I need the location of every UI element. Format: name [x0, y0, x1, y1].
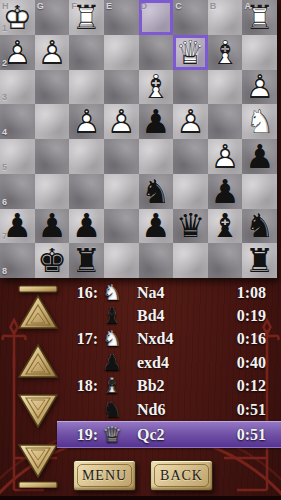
square-h8[interactable]: 8 — [0, 243, 35, 278]
square-e4[interactable]: ♟♙ — [104, 104, 139, 139]
white-b-move-icon: ♝♗ — [98, 375, 126, 397]
black-bishop-piece: ♝♗ — [208, 209, 243, 244]
square-g6[interactable] — [35, 174, 70, 209]
move-time: 1:08 — [237, 284, 281, 302]
white-bishop-piece: ♝♗ — [98, 375, 126, 397]
square-c7[interactable]: ♛♕ — [173, 209, 208, 244]
square-f6[interactable] — [69, 174, 104, 209]
square-c8[interactable] — [173, 243, 208, 278]
black-pawn-piece: ♟♙ — [139, 104, 174, 139]
square-b4[interactable] — [208, 104, 243, 139]
square-h4[interactable]: 4 — [0, 104, 35, 139]
square-b1[interactable]: B — [208, 0, 243, 35]
black-pawn-piece: ♟♙ — [242, 139, 277, 174]
white-bishop-piece: ♝♗ — [139, 70, 174, 105]
square-d8[interactable] — [139, 243, 174, 278]
black-n-move-icon: ♞♘ — [98, 399, 126, 421]
white-n-move-icon: ♞♘ — [98, 282, 126, 304]
square-f5[interactable] — [69, 139, 104, 174]
file-label-b: B — [210, 2, 217, 11]
rank-label-5: 5 — [2, 163, 7, 172]
white-knight-piece: ♞♘ — [98, 282, 126, 304]
white-pawn-piece: ♟♙ — [208, 139, 243, 174]
move-navigation — [15, 285, 61, 500]
white-knight-piece: ♞♘ — [242, 104, 277, 139]
menu-button[interactable]: MENU — [73, 460, 136, 491]
black-b-move-icon: ♝♗ — [98, 305, 126, 327]
white-queen-piece: ♛♕ — [98, 424, 126, 446]
square-h1[interactable]: H1♚♔ — [0, 0, 35, 35]
square-b2[interactable]: ♝♗ — [208, 35, 243, 70]
white-rook-piece: ♜♖ — [242, 0, 277, 35]
square-b5[interactable]: ♟♙ — [208, 139, 243, 174]
move-row-exd4[interactable]: ♟♙exd40:40 — [57, 351, 281, 374]
square-g1[interactable]: G — [35, 0, 70, 35]
black-queen-piece: ♛♕ — [173, 209, 208, 244]
bottom-edge — [0, 496, 281, 500]
black-pawn-piece: ♟♙ — [35, 209, 70, 244]
white-queen-piece: ♛♕ — [173, 35, 208, 70]
chess-app-screen: H1♚♔GF♜♖EDCBA♜♖2♟♙♟♙♛♕♝♗3♝♗♟♙4♟♙♟♙♟♙♟♙♞♘… — [0, 0, 281, 500]
square-b8[interactable] — [208, 243, 243, 278]
square-b6[interactable]: ♟♙ — [208, 174, 243, 209]
square-g4[interactable] — [35, 104, 70, 139]
black-rook-piece: ♜♖ — [242, 243, 277, 278]
square-f3[interactable] — [69, 70, 104, 105]
move-number: 17: — [57, 330, 98, 348]
square-c1[interactable]: C — [173, 0, 208, 35]
move-row-nd6[interactable]: ♞♘Nd60:51 — [57, 398, 281, 421]
square-g7[interactable]: ♟♙ — [35, 209, 70, 244]
move-san: Bb2 — [126, 377, 237, 395]
file-label-g: G — [37, 2, 44, 11]
rank-label-3: 3 — [2, 93, 7, 102]
move-row-nxd4[interactable]: 17:♞♘Nxd40:16 — [57, 328, 281, 351]
rank-label-8: 8 — [2, 267, 7, 276]
move-san: Na4 — [126, 284, 237, 302]
square-d2[interactable] — [139, 35, 174, 70]
move-san: Bd4 — [126, 307, 237, 325]
white-n-move-icon: ♞♘ — [98, 328, 126, 350]
square-a1[interactable]: A♜♖ — [242, 0, 277, 35]
square-h6[interactable]: 6 — [0, 174, 35, 209]
white-bishop-piece: ♝♗ — [208, 35, 243, 70]
move-san: Nd6 — [126, 401, 237, 419]
square-f1[interactable]: F♜♖ — [69, 0, 104, 35]
square-c3[interactable] — [173, 70, 208, 105]
square-c6[interactable] — [173, 174, 208, 209]
black-knight-piece: ♞♘ — [98, 399, 126, 421]
square-h3[interactable]: 3 — [0, 70, 35, 105]
white-rook-piece: ♜♖ — [69, 0, 104, 35]
move-time: 0:40 — [237, 354, 281, 372]
move-san: Nxd4 — [126, 330, 237, 348]
black-pawn-piece: ♟♙ — [139, 209, 174, 244]
move-time: 0:19 — [237, 307, 281, 325]
square-h7[interactable]: 7♟♙ — [0, 209, 35, 244]
black-pawn-piece: ♟♙ — [69, 209, 104, 244]
move-row-bd4[interactable]: ♝♗Bd40:19 — [57, 304, 281, 327]
square-g5[interactable] — [35, 139, 70, 174]
white-king-piece: ♚♔ — [0, 0, 35, 35]
square-e3[interactable] — [104, 70, 139, 105]
square-g2[interactable]: ♟♙ — [35, 35, 70, 70]
square-d7[interactable]: ♟♙ — [139, 209, 174, 244]
white-pawn-piece: ♟♙ — [35, 35, 70, 70]
black-pawn-piece: ♟♙ — [98, 352, 126, 374]
square-f7[interactable]: ♟♙ — [69, 209, 104, 244]
file-label-e: E — [106, 2, 112, 11]
square-a5[interactable]: ♟♙ — [242, 139, 277, 174]
move-number: 16: — [57, 284, 98, 302]
move-row-bb2[interactable]: 18:♝♗Bb20:12 — [57, 375, 281, 398]
move-list: 16:♞♘Na41:08♝♗Bd40:1917:♞♘Nxd40:16♟♙exd4… — [57, 281, 281, 448]
step-forward-button[interactable] — [15, 393, 61, 434]
file-label-d: D — [141, 2, 148, 11]
chess-board: H1♚♔GF♜♖EDCBA♜♖2♟♙♟♙♛♕♝♗3♝♗♟♙4♟♙♟♙♟♙♟♙♞♘… — [0, 0, 277, 278]
square-c2[interactable]: ♛♕ — [173, 35, 208, 70]
square-h5[interactable]: 5 — [0, 139, 35, 174]
square-c5[interactable] — [173, 139, 208, 174]
move-time: 0:51 — [237, 401, 281, 419]
square-e6[interactable] — [104, 174, 139, 209]
move-san: exd4 — [126, 354, 237, 372]
square-g8[interactable]: ♚♔ — [35, 243, 70, 278]
move-number: 18: — [57, 377, 98, 395]
file-label-c: C — [175, 2, 182, 11]
black-p-move-icon: ♟♙ — [98, 352, 126, 374]
black-knight-piece: ♞♘ — [139, 174, 174, 209]
square-f2[interactable] — [69, 35, 104, 70]
black-rook-piece: ♜♖ — [69, 243, 104, 278]
square-e5[interactable] — [104, 139, 139, 174]
jump-to-start-button[interactable] — [15, 285, 61, 334]
square-a4[interactable]: ♞♘ — [242, 104, 277, 139]
black-king-piece: ♚♔ — [35, 243, 70, 278]
white-pawn-piece: ♟♙ — [69, 104, 104, 139]
square-d5[interactable] — [139, 139, 174, 174]
move-time: 0:12 — [237, 377, 281, 395]
square-d3[interactable]: ♝♗ — [139, 70, 174, 105]
move-time: 0:16 — [237, 330, 281, 348]
white-q-move-icon: ♛♕ — [98, 424, 126, 446]
square-d4[interactable]: ♟♙ — [139, 104, 174, 139]
black-bishop-piece: ♝♗ — [98, 305, 126, 327]
move-row-qc2[interactable]: 19:♛♕Qc20:51 — [57, 421, 281, 448]
square-a2[interactable] — [242, 35, 277, 70]
white-knight-piece: ♞♘ — [98, 328, 126, 350]
move-row-na4[interactable]: 16:♞♘Na41:08 — [57, 281, 281, 304]
square-e2[interactable] — [104, 35, 139, 70]
move-time: 0:51 — [237, 426, 281, 444]
black-knight-piece: ♞♘ — [242, 209, 277, 244]
white-pawn-piece: ♟♙ — [242, 70, 277, 105]
square-d1[interactable]: D — [139, 0, 174, 35]
rank-label-4: 4 — [2, 128, 7, 137]
square-a8[interactable]: ♜♖ — [242, 243, 277, 278]
rank-label-6: 6 — [2, 198, 7, 207]
square-f4[interactable]: ♟♙ — [69, 104, 104, 139]
square-a6[interactable] — [242, 174, 277, 209]
step-back-button[interactable] — [15, 343, 61, 384]
black-pawn-piece: ♟♙ — [0, 209, 35, 244]
square-g3[interactable] — [35, 70, 70, 105]
square-e1[interactable]: E — [104, 0, 139, 35]
white-pawn-piece: ♟♙ — [104, 104, 139, 139]
square-e8[interactable] — [104, 243, 139, 278]
square-a7[interactable]: ♞♘ — [242, 209, 277, 244]
square-h2[interactable]: 2♟♙ — [0, 35, 35, 70]
white-pawn-piece: ♟♙ — [173, 104, 208, 139]
square-a3[interactable]: ♟♙ — [242, 70, 277, 105]
square-f8[interactable]: ♜♖ — [69, 243, 104, 278]
white-pawn-piece: ♟♙ — [0, 35, 35, 70]
square-b7[interactable]: ♝♗ — [208, 209, 243, 244]
square-e7[interactable] — [104, 209, 139, 244]
black-pawn-piece: ♟♙ — [208, 174, 243, 209]
move-number: 19: — [57, 426, 98, 444]
square-c4[interactable]: ♟♙ — [173, 104, 208, 139]
back-button[interactable]: BACK — [150, 460, 213, 491]
jump-to-end-button[interactable] — [15, 443, 61, 492]
square-d6[interactable]: ♞♘ — [139, 174, 174, 209]
square-b3[interactable] — [208, 70, 243, 105]
move-san: Qc2 — [126, 426, 237, 444]
